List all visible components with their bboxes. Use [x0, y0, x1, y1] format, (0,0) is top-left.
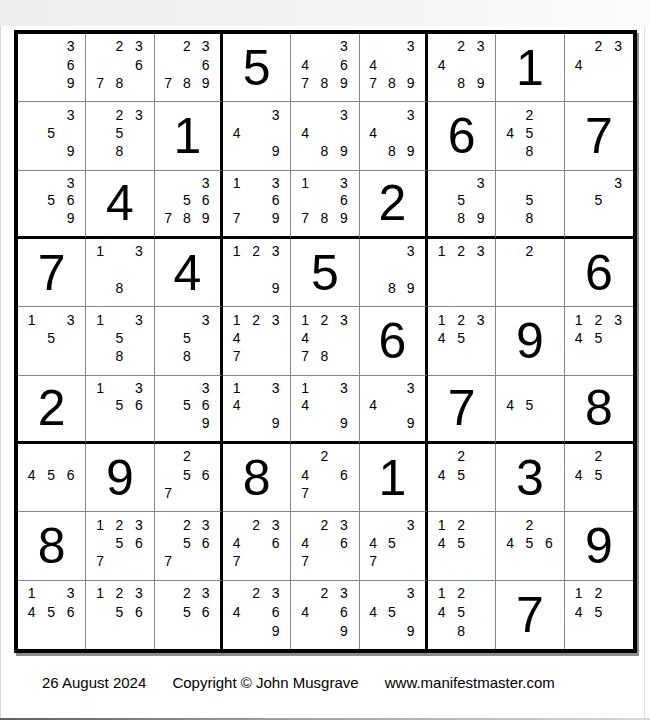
candidate-3: 3 — [61, 174, 80, 192]
candidate-8 — [451, 279, 470, 297]
cell-r3c7[interactable]: 3589 — [428, 171, 496, 239]
candidate-8 — [451, 347, 470, 365]
cell-r5c8[interactable]: 9 — [496, 307, 564, 375]
candidate-2 — [41, 310, 60, 328]
candidate-6 — [129, 124, 148, 142]
cell-r2c8[interactable]: 2458 — [496, 102, 564, 170]
candidate-6 — [471, 329, 490, 347]
cell-r1c9[interactable]: 234 — [565, 34, 633, 102]
solved-digit: 2 — [38, 383, 66, 433]
candidate-5 — [382, 396, 401, 414]
solved-digit: 6 — [378, 316, 406, 366]
cell-r6c7[interactable]: 7 — [428, 376, 496, 444]
candidate-4 — [159, 396, 178, 414]
cell-r4c7[interactable]: 123 — [428, 239, 496, 307]
cell-r2c4[interactable]: 349 — [223, 102, 291, 170]
cell-r5c6[interactable]: 6 — [360, 307, 428, 375]
pencil-marks: 13456 — [18, 581, 85, 649]
candidate-2 — [315, 379, 334, 397]
candidate-5: 5 — [110, 396, 129, 414]
candidate-8 — [520, 279, 539, 297]
cell-r6c6[interactable]: 349 — [360, 376, 428, 444]
candidate-2 — [41, 174, 60, 192]
candidate-5 — [246, 191, 265, 209]
candidate-5 — [110, 260, 129, 278]
candidate-9: 9 — [334, 142, 353, 160]
candidate-1: 1 — [90, 242, 109, 260]
candidate-4: 4 — [569, 329, 589, 347]
candidate-6 — [401, 396, 420, 414]
cell-r5c4[interactable]: 12347 — [223, 307, 291, 375]
candidate-5: 5 — [177, 396, 196, 414]
candidate-2: 2 — [588, 37, 608, 55]
cell-r9c3[interactable]: 2356 — [155, 581, 223, 649]
candidate-9 — [539, 552, 558, 570]
candidate-4: 4 — [432, 465, 451, 483]
cell-r4c8[interactable]: 2 — [496, 239, 564, 307]
cell-r8c9[interactable]: 9 — [565, 512, 633, 580]
candidate-7 — [569, 74, 589, 92]
candidate-7: 7 — [227, 347, 246, 365]
cell-r7c7[interactable]: 245 — [428, 444, 496, 512]
candidate-9 — [608, 209, 628, 227]
candidate-5 — [246, 602, 265, 621]
candidate-2: 2 — [177, 584, 196, 603]
candidate-1 — [159, 447, 178, 465]
candidate-8: 8 — [315, 209, 334, 227]
candidate-2 — [41, 37, 60, 55]
candidate-7 — [569, 347, 589, 365]
candidate-9 — [471, 347, 490, 365]
candidate-2: 2 — [451, 515, 470, 533]
candidate-1 — [159, 379, 178, 397]
cell-r7c6[interactable]: 1 — [360, 444, 428, 512]
candidate-3: 3 — [608, 310, 628, 328]
candidate-6 — [608, 329, 628, 347]
pencil-marks: 58 — [496, 171, 563, 236]
cell-r2c1[interactable]: 359 — [18, 102, 86, 170]
cell-r5c7[interactable]: 12345 — [428, 307, 496, 375]
candidate-9 — [61, 621, 80, 640]
candidate-3: 3 — [129, 310, 148, 328]
candidate-5: 5 — [41, 191, 60, 209]
candidate-7: 7 — [227, 209, 246, 227]
candidate-7 — [90, 142, 109, 160]
cell-r1c7[interactable]: 23489 — [428, 34, 496, 102]
candidate-2: 2 — [315, 515, 334, 533]
candidate-9: 9 — [334, 74, 353, 92]
pencil-marks: 1245 — [565, 581, 633, 649]
candidate-4: 4 — [500, 534, 519, 552]
candidate-3: 3 — [401, 584, 420, 603]
candidate-1: 1 — [227, 310, 246, 328]
candidate-7: 7 — [295, 209, 314, 227]
pencil-marks: 23467 — [291, 512, 358, 579]
cell-r5c3[interactable]: 358 — [155, 307, 223, 375]
candidate-2: 2 — [520, 242, 539, 260]
pencil-marks: 13679 — [223, 171, 290, 236]
cell-r3c4[interactable]: 13679 — [223, 171, 291, 239]
candidate-2: 2 — [451, 447, 470, 465]
cell-r3c3[interactable]: 356789 — [155, 171, 223, 239]
candidate-1 — [295, 37, 314, 55]
pencil-marks: 1239 — [223, 239, 290, 306]
candidate-4 — [22, 191, 41, 209]
candidate-4: 4 — [295, 602, 314, 621]
cell-r4c3[interactable]: 4 — [155, 239, 223, 307]
candidate-2: 2 — [451, 310, 470, 328]
cell-r9c8[interactable]: 7 — [496, 581, 564, 649]
cell-r2c7[interactable]: 6 — [428, 102, 496, 170]
candidate-7: 7 — [159, 209, 178, 227]
candidate-8 — [110, 414, 129, 432]
cell-r4c1[interactable]: 7 — [18, 239, 86, 307]
candidate-3: 3 — [196, 37, 215, 55]
candidate-6 — [129, 329, 148, 347]
cell-r4c6[interactable]: 389 — [360, 239, 428, 307]
cell-r7c3[interactable]: 2567 — [155, 444, 223, 512]
candidate-5 — [246, 534, 265, 552]
candidate-8 — [315, 414, 334, 432]
candidate-2 — [588, 174, 608, 192]
candidate-4 — [90, 260, 109, 278]
cell-r3c6[interactable]: 2 — [360, 171, 428, 239]
cell-r5c2[interactable]: 1358 — [86, 307, 154, 375]
cell-r8c4[interactable]: 23467 — [223, 512, 291, 580]
candidate-2 — [382, 379, 401, 397]
cell-r1c1[interactable]: 369 — [18, 34, 86, 102]
candidate-3: 3 — [266, 379, 285, 397]
footer-date: 26 August 2024 — [42, 674, 146, 691]
candidate-4: 4 — [295, 124, 314, 142]
candidate-1 — [90, 37, 109, 55]
candidate-7 — [432, 552, 451, 570]
candidate-1 — [159, 174, 178, 192]
candidate-5: 5 — [110, 329, 129, 347]
candidate-5: 5 — [177, 465, 196, 483]
cell-r9c1[interactable]: 13456 — [18, 581, 86, 649]
solved-digit: 7 — [516, 590, 544, 640]
candidate-3: 3 — [401, 379, 420, 397]
cell-r3c2[interactable]: 4 — [86, 171, 154, 239]
candidate-1: 1 — [295, 174, 314, 192]
candidate-3: 3 — [61, 105, 80, 123]
candidate-9: 9 — [401, 74, 420, 92]
candidate-5 — [520, 260, 539, 278]
cell-r4c2[interactable]: 138 — [86, 239, 154, 307]
candidate-4: 4 — [227, 124, 246, 142]
cell-r9c6[interactable]: 3459 — [360, 581, 428, 649]
candidate-9: 9 — [196, 414, 215, 432]
candidate-2 — [246, 379, 265, 397]
cell-r1c3[interactable]: 236789 — [155, 34, 223, 102]
candidate-9 — [401, 552, 420, 570]
cell-r8c1[interactable]: 8 — [18, 512, 86, 580]
candidate-3: 3 — [266, 584, 285, 603]
candidate-1 — [227, 584, 246, 603]
candidate-6 — [471, 260, 490, 278]
candidate-4 — [22, 329, 41, 347]
cell-r9c5[interactable]: 23469 — [291, 581, 359, 649]
candidate-3 — [471, 584, 490, 603]
candidate-1 — [364, 37, 383, 55]
candidate-2 — [246, 174, 265, 192]
candidate-9 — [266, 347, 285, 365]
pencil-marks: 3459 — [360, 581, 425, 649]
candidate-9: 9 — [266, 621, 285, 640]
candidate-2: 2 — [520, 105, 539, 123]
candidate-8: 8 — [382, 142, 401, 160]
pencil-marks: 123478 — [291, 307, 358, 374]
candidate-7 — [432, 484, 451, 502]
candidate-9 — [266, 552, 285, 570]
candidate-5: 5 — [382, 602, 401, 621]
cell-r6c8[interactable]: 45 — [496, 376, 564, 444]
candidate-9: 9 — [266, 279, 285, 297]
candidate-3: 3 — [196, 310, 215, 328]
candidate-3: 3 — [61, 584, 80, 603]
cell-r8c5[interactable]: 23467 — [291, 512, 359, 580]
candidate-2 — [41, 447, 60, 465]
candidate-8 — [382, 621, 401, 640]
cell-r1c8[interactable]: 1 — [496, 34, 564, 102]
cell-r1c6[interactable]: 34789 — [360, 34, 428, 102]
candidate-6 — [266, 396, 285, 414]
candidate-6: 6 — [334, 465, 353, 483]
cell-r2c9[interactable]: 7 — [565, 102, 633, 170]
candidate-9: 9 — [334, 209, 353, 227]
cell-r5c9[interactable]: 12345 — [565, 307, 633, 375]
cell-r6c3[interactable]: 3569 — [155, 376, 223, 444]
pencil-marks: 1349 — [291, 376, 358, 441]
candidate-4: 4 — [364, 396, 383, 414]
cell-r6c2[interactable]: 1356 — [86, 376, 154, 444]
cell-r5c5[interactable]: 123478 — [291, 307, 359, 375]
cell-r7c4[interactable]: 8 — [223, 444, 291, 512]
candidate-2 — [382, 105, 401, 123]
candidate-3: 3 — [61, 37, 80, 55]
cell-r2c6[interactable]: 3489 — [360, 102, 428, 170]
candidate-9 — [129, 621, 148, 640]
candidate-7 — [159, 347, 178, 365]
candidate-3: 3 — [129, 584, 148, 603]
candidate-2 — [110, 242, 129, 260]
candidate-6: 6 — [129, 55, 148, 73]
candidate-6 — [608, 191, 628, 209]
candidate-2 — [246, 105, 265, 123]
candidate-5: 5 — [382, 534, 401, 552]
pencil-marks: 349 — [360, 376, 425, 441]
candidate-8: 8 — [451, 74, 470, 92]
candidate-1: 1 — [227, 379, 246, 397]
solved-digit: 9 — [516, 316, 544, 366]
candidate-4: 4 — [22, 602, 41, 621]
candidate-2 — [110, 379, 129, 397]
cell-r6c5[interactable]: 1349 — [291, 376, 359, 444]
candidate-4: 4 — [569, 602, 589, 621]
cell-r8c6[interactable]: 3457 — [360, 512, 428, 580]
cell-r6c9[interactable]: 8 — [565, 376, 633, 444]
candidate-1: 1 — [432, 584, 451, 603]
candidate-9 — [471, 279, 490, 297]
solved-digit: 6 — [585, 248, 613, 298]
solved-digit: 9 — [106, 453, 134, 503]
candidate-8 — [315, 552, 334, 570]
solved-digit: 6 — [448, 111, 476, 161]
cell-r2c2[interactable]: 2358 — [86, 102, 154, 170]
candidate-9 — [471, 484, 490, 502]
cell-r3c8[interactable]: 58 — [496, 171, 564, 239]
cell-r7c5[interactable]: 2467 — [291, 444, 359, 512]
candidate-5: 5 — [41, 329, 60, 347]
candidate-8 — [451, 552, 470, 570]
candidate-7: 7 — [295, 347, 314, 365]
candidate-6: 6 — [266, 534, 285, 552]
candidate-4 — [159, 329, 178, 347]
cell-r9c2[interactable]: 12356 — [86, 581, 154, 649]
candidate-4: 4 — [295, 534, 314, 552]
candidate-6: 6 — [61, 191, 80, 209]
pencil-marks: 245 — [565, 444, 633, 511]
candidate-4: 4 — [22, 465, 41, 483]
cell-r2c5[interactable]: 3489 — [291, 102, 359, 170]
candidate-7 — [159, 414, 178, 432]
candidate-2: 2 — [246, 515, 265, 533]
cell-r4c5[interactable]: 5 — [291, 239, 359, 307]
candidate-3: 3 — [266, 105, 285, 123]
candidate-1 — [500, 174, 519, 192]
cell-r1c2[interactable]: 23678 — [86, 34, 154, 102]
candidate-5: 5 — [588, 191, 608, 209]
candidate-2 — [315, 37, 334, 55]
candidate-7 — [432, 74, 451, 92]
candidate-3 — [61, 447, 80, 465]
cell-r8c8[interactable]: 2456 — [496, 512, 564, 580]
candidate-4 — [432, 260, 451, 278]
candidate-8 — [177, 414, 196, 432]
candidate-6 — [608, 602, 628, 621]
cell-r7c1[interactable]: 456 — [18, 444, 86, 512]
candidate-3: 3 — [129, 379, 148, 397]
cell-r6c1[interactable]: 2 — [18, 376, 86, 444]
candidate-2: 2 — [451, 37, 470, 55]
candidate-3: 3 — [334, 515, 353, 533]
pencil-marks: 45 — [496, 376, 563, 441]
pencil-marks: 456 — [18, 444, 85, 511]
candidate-3: 3 — [129, 515, 148, 533]
candidate-4: 4 — [364, 124, 383, 142]
candidate-4 — [364, 260, 383, 278]
candidate-9 — [608, 484, 628, 502]
candidate-4: 4 — [295, 396, 314, 414]
footer-copyright: Copyright © John Musgrave — [172, 674, 358, 691]
cell-r8c3[interactable]: 23567 — [155, 512, 223, 580]
cell-r2c3[interactable]: 1 — [155, 102, 223, 170]
cell-r9c4[interactable]: 23469 — [223, 581, 291, 649]
candidate-9: 9 — [266, 209, 285, 227]
candidate-8 — [246, 621, 265, 640]
cell-r9c7[interactable]: 12458 — [428, 581, 496, 649]
cell-r3c1[interactable]: 3569 — [18, 171, 86, 239]
cell-r1c4[interactable]: 5 — [223, 34, 291, 102]
candidate-9 — [129, 142, 148, 160]
solved-digit: 1 — [378, 453, 406, 503]
candidate-7 — [90, 621, 109, 640]
cell-r3c5[interactable]: 136789 — [291, 171, 359, 239]
candidate-5: 5 — [520, 534, 539, 552]
candidate-4 — [227, 260, 246, 278]
pencil-marks: 12356 — [86, 581, 153, 649]
candidate-7 — [364, 621, 383, 640]
candidate-4: 4 — [432, 602, 451, 621]
candidate-4 — [159, 534, 178, 552]
candidate-6: 6 — [129, 396, 148, 414]
candidate-8 — [246, 279, 265, 297]
candidate-4 — [22, 55, 41, 73]
cell-r8c7[interactable]: 1245 — [428, 512, 496, 580]
candidate-6 — [401, 55, 420, 73]
candidate-5: 5 — [41, 602, 60, 621]
cell-r4c9[interactable]: 6 — [565, 239, 633, 307]
candidate-5 — [382, 260, 401, 278]
candidate-9: 9 — [471, 74, 490, 92]
cell-r3c9[interactable]: 35 — [565, 171, 633, 239]
candidate-9: 9 — [196, 74, 215, 92]
candidate-7 — [569, 621, 589, 640]
candidate-6: 6 — [196, 191, 215, 209]
candidate-9: 9 — [401, 142, 420, 160]
candidate-6 — [539, 124, 558, 142]
candidate-5 — [315, 602, 334, 621]
candidate-2: 2 — [110, 105, 129, 123]
candidate-5 — [451, 260, 470, 278]
candidate-9 — [61, 484, 80, 502]
candidate-6: 6 — [196, 465, 215, 483]
cell-r4c4[interactable]: 1239 — [223, 239, 291, 307]
pencil-marks: 3589 — [428, 171, 495, 236]
candidate-6 — [608, 55, 628, 73]
candidate-9 — [539, 142, 558, 160]
candidate-9: 9 — [334, 414, 353, 432]
candidate-7 — [364, 279, 383, 297]
candidate-8: 8 — [110, 347, 129, 365]
candidate-8 — [41, 74, 60, 92]
cell-r1c5[interactable]: 346789 — [291, 34, 359, 102]
candidate-7: 7 — [227, 552, 246, 570]
candidate-9: 9 — [401, 279, 420, 297]
candidate-5: 5 — [451, 329, 470, 347]
candidate-1 — [227, 515, 246, 533]
cell-r5c1[interactable]: 135 — [18, 307, 86, 375]
footer-website: www.manifestmaster.com — [385, 674, 555, 691]
candidate-5 — [246, 260, 265, 278]
cell-r7c2[interactable]: 9 — [86, 444, 154, 512]
candidate-8: 8 — [177, 347, 196, 365]
candidate-9 — [334, 552, 353, 570]
candidate-6 — [334, 396, 353, 414]
candidate-7 — [90, 414, 109, 432]
cell-r7c9[interactable]: 245 — [565, 444, 633, 512]
candidate-9 — [196, 552, 215, 570]
pencil-marks: 3489 — [360, 102, 425, 169]
cell-r7c8[interactable]: 3 — [496, 444, 564, 512]
candidate-1 — [295, 584, 314, 603]
candidate-8 — [588, 484, 608, 502]
cell-r8c2[interactable]: 123567 — [86, 512, 154, 580]
candidate-6: 6 — [196, 534, 215, 552]
cell-r6c4[interactable]: 1349 — [223, 376, 291, 444]
cell-r9c9[interactable]: 1245 — [565, 581, 633, 649]
